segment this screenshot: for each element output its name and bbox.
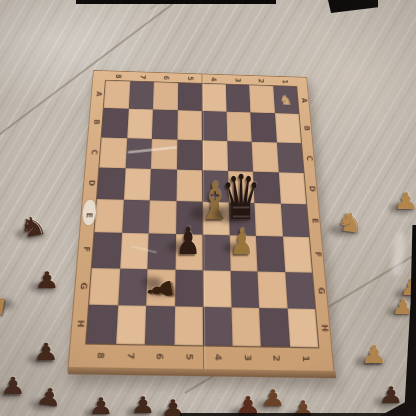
floor-piece-dark-knight: ♞ (17, 211, 50, 242)
coord-right-A: A (300, 98, 308, 103)
square-a3[interactable] (225, 84, 250, 112)
coord-right-H: H (319, 324, 328, 332)
square-g2[interactable] (257, 271, 287, 308)
coord-top-8: 8 (114, 74, 122, 79)
square-g5[interactable] (175, 269, 203, 306)
piece-shadow (256, 400, 283, 411)
piece-shadow (28, 354, 56, 365)
piece-shadow (329, 224, 359, 236)
coord-right-D: D (308, 185, 316, 191)
coord-left-C: C (90, 149, 98, 154)
square-e2[interactable] (254, 203, 282, 237)
coord-top-3: 3 (233, 78, 240, 83)
square-e1[interactable] (280, 204, 309, 238)
floor-piece-dark-pawn: ♟ (130, 394, 155, 416)
photo-edge-top-right (328, 0, 378, 13)
coord-left-E: E (84, 213, 93, 219)
piece-shadow (30, 399, 58, 410)
piece-shadow (30, 282, 57, 293)
square-c8[interactable] (99, 137, 126, 168)
square-a1[interactable]: ♞ (273, 86, 299, 114)
piece-shadow (389, 203, 416, 214)
coord-right-E: E (310, 218, 318, 223)
square-g7[interactable] (118, 268, 148, 305)
square-g1[interactable] (285, 272, 315, 309)
square-b3[interactable] (226, 112, 252, 141)
coord-left-B: B (92, 120, 100, 125)
square-c2[interactable] (252, 141, 279, 172)
square-b5[interactable] (177, 110, 202, 140)
square-b8[interactable] (102, 108, 129, 138)
square-h5[interactable] (174, 306, 203, 345)
coord-left-G: G (78, 282, 87, 289)
square-f8[interactable] (92, 232, 122, 268)
square-c4[interactable] (202, 140, 228, 171)
square-a6[interactable] (153, 82, 178, 110)
coord-left-A: A (94, 91, 102, 96)
square-e8[interactable] (94, 199, 123, 233)
square-a8[interactable] (104, 81, 130, 109)
floor-piece-dark-pawn: ♟ (88, 395, 113, 416)
coord-top-1: 1 (281, 79, 288, 84)
square-b7[interactable] (127, 109, 153, 139)
floor-piece-dark-pawn: ♟ (378, 384, 403, 407)
coord-left-D: D (87, 180, 95, 186)
photo-edge-top (76, 0, 276, 4)
coord-top-7: 7 (138, 75, 145, 80)
coord-top-6: 6 (162, 76, 169, 81)
square-a5[interactable] (177, 83, 201, 111)
square-f7[interactable] (120, 233, 149, 269)
coord-bottom-6: 6 (155, 353, 164, 360)
floor-piece-dark-pawn: ♟ (35, 384, 64, 411)
floor-piece-dark-pawn: ♟ (34, 269, 59, 292)
chessboard: ♞ 8765432187654321ABCDEFGHABCDEFGH (67, 70, 335, 377)
square-b6[interactable] (152, 110, 177, 140)
square-f5[interactable] (175, 234, 203, 270)
square-d7[interactable] (123, 168, 150, 200)
square-g3[interactable] (230, 270, 259, 307)
floor-piece-dark-pawn: ♟ (0, 375, 26, 399)
square-h2[interactable] (259, 308, 289, 347)
knight-stamp-icon: ♞ (278, 91, 293, 107)
photo-edge-right (404, 225, 416, 416)
square-d6[interactable] (150, 169, 177, 201)
coord-left-F: F (82, 247, 91, 253)
square-e7[interactable] (122, 200, 150, 234)
square-f3[interactable] (229, 236, 257, 271)
coord-right-B: B (302, 126, 310, 131)
floor-piece-tan-pawn: ♟ (393, 190, 416, 213)
floor-piece-tan-pawn: ♟ (0, 291, 9, 320)
piece-shadow (156, 410, 183, 416)
coord-bottom-5: 5 (184, 354, 193, 361)
photo-scene: ♞ 8765432187654321ABCDEFGHABCDEFGH ♝♛♟♟♟… (0, 0, 416, 416)
square-d5[interactable] (176, 169, 202, 201)
square-c6[interactable] (151, 138, 177, 169)
coord-bottom-2: 2 (271, 355, 280, 362)
piece-shadow (15, 228, 45, 240)
square-a4[interactable] (202, 84, 226, 112)
square-b2[interactable] (250, 113, 276, 142)
square-f1[interactable] (282, 237, 311, 272)
coord-bottom-7: 7 (125, 353, 134, 360)
square-h6[interactable] (145, 306, 175, 345)
coord-bottom-1: 1 (300, 355, 309, 362)
square-e5[interactable] (176, 201, 203, 235)
coord-right-C: C (305, 155, 313, 160)
coord-left-H: H (75, 320, 84, 328)
square-h7[interactable] (116, 305, 147, 344)
square-d4[interactable] (202, 170, 228, 202)
square-c7[interactable] (125, 138, 152, 169)
coord-right-G: G (316, 287, 325, 294)
coord-bottom-3: 3 (242, 354, 251, 361)
coord-top-5: 5 (186, 76, 193, 81)
floor-piece-brown-pawn: ♟ (260, 387, 285, 410)
square-b4[interactable] (202, 111, 227, 140)
floor-piece-tan-knight: ♞ (334, 208, 366, 238)
square-d2[interactable] (253, 171, 280, 203)
square-d8[interactable] (97, 167, 125, 199)
square-e6[interactable] (149, 200, 176, 234)
square-h1[interactable] (287, 308, 318, 347)
square-f2[interactable] (256, 236, 285, 271)
square-f4[interactable] (202, 235, 230, 271)
square-d1[interactable] (278, 172, 306, 204)
piece-shadow (0, 388, 22, 399)
square-g8[interactable] (89, 267, 120, 304)
piece-shadow (126, 407, 153, 416)
piece-shadow (84, 408, 111, 416)
square-g4[interactable] (203, 270, 231, 307)
square-e3[interactable] (228, 202, 256, 236)
square-c5[interactable] (177, 139, 203, 170)
coord-top-4: 4 (210, 77, 217, 82)
floor-piece-dark-pawn: ♟ (33, 341, 59, 365)
coord-top-2: 2 (257, 79, 264, 84)
square-d3[interactable] (228, 171, 255, 203)
square-h4[interactable] (203, 307, 232, 346)
piece-shadow (374, 397, 401, 408)
board-side-edge (68, 367, 336, 378)
coord-right-F: F (313, 252, 322, 258)
piece-shadow (0, 299, 14, 310)
square-c1[interactable] (276, 142, 303, 173)
coord-bottom-8: 8 (95, 352, 104, 359)
square-h3[interactable] (231, 307, 261, 346)
square-e4[interactable] (202, 202, 229, 236)
square-h8[interactable] (86, 304, 117, 343)
square-b1[interactable] (275, 113, 302, 142)
photo-edge-bottom (180, 413, 416, 416)
board-border: ♞ 8765432187654321ABCDEFGHABCDEFGH (67, 70, 335, 377)
piece-shadow (387, 307, 412, 317)
coord-bottom-4: 4 (213, 354, 222, 361)
square-a7[interactable] (128, 81, 153, 109)
floor-piece-tan-pawn: ♟ (361, 343, 388, 368)
board-coordinates: 8765432187654321ABCDEFGHABCDEFGH (94, 71, 306, 78)
square-c3[interactable] (227, 141, 253, 172)
piece-shadow (355, 356, 384, 367)
floor-glare (390, 231, 406, 276)
square-g6[interactable] (146, 269, 175, 306)
square-a2[interactable] (249, 85, 274, 113)
